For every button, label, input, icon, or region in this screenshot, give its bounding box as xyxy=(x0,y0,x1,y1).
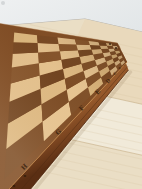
photo-chessboard-scene: HGFEDCBA xyxy=(0,0,142,189)
wall-smudge xyxy=(1,1,5,5)
scene-svg: HGFEDCBA xyxy=(0,0,142,189)
hinge-dot xyxy=(109,43,111,45)
clasp-mark xyxy=(13,185,16,187)
clasp-mark xyxy=(24,175,27,177)
hinge-dot xyxy=(115,47,117,49)
